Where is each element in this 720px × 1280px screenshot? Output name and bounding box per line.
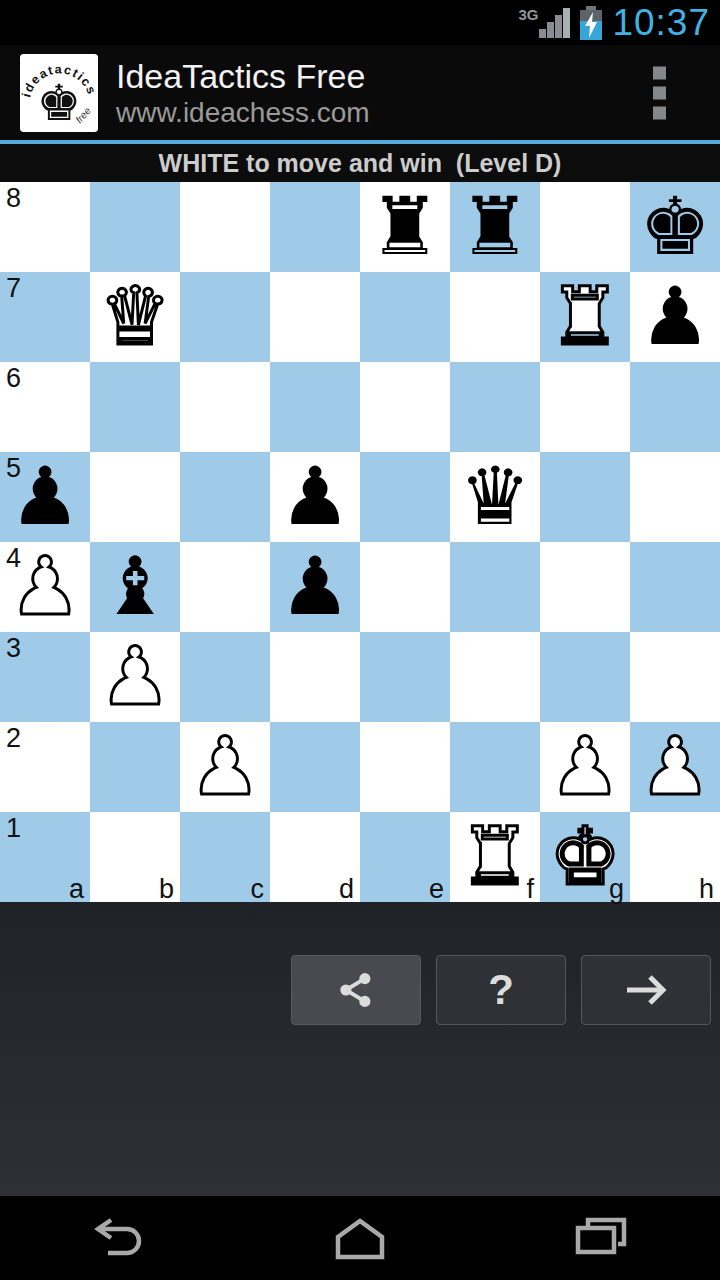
file-label-b: b xyxy=(159,874,174,905)
square-e6[interactable] xyxy=(360,362,450,452)
square-g8[interactable] xyxy=(540,182,630,272)
square-e2[interactable] xyxy=(360,722,450,812)
square-h1[interactable]: h xyxy=(630,812,720,902)
question-mark-icon: ? xyxy=(488,966,514,1014)
square-f6[interactable] xyxy=(450,362,540,452)
black-bishop[interactable]: ♝ xyxy=(99,547,171,627)
app-logo: ideatactics ♚ free xyxy=(20,54,98,132)
square-g1[interactable]: g♚ xyxy=(540,812,630,902)
rank-label-1: 1 xyxy=(6,813,21,844)
file-label-f: f xyxy=(526,874,534,905)
square-c2[interactable]: ♟ xyxy=(180,722,270,812)
square-h5[interactable] xyxy=(630,452,720,542)
task-banner-text: WHITE to move and win (Level D) xyxy=(159,149,562,178)
square-a2[interactable]: 2 xyxy=(0,722,90,812)
file-label-e: e xyxy=(429,874,444,905)
white-pawn[interactable]: ♟ xyxy=(639,727,711,807)
square-b8[interactable] xyxy=(90,182,180,272)
square-a3[interactable]: 3 xyxy=(0,632,90,722)
square-a8[interactable]: 8 xyxy=(0,182,90,272)
status-bar-clock: 10:37 xyxy=(612,2,710,44)
white-pawn[interactable]: ♟ xyxy=(189,727,261,807)
square-c6[interactable] xyxy=(180,362,270,452)
square-g4[interactable] xyxy=(540,542,630,632)
square-h2[interactable]: ♟ xyxy=(630,722,720,812)
square-g2[interactable]: ♟ xyxy=(540,722,630,812)
action-bar: ideatactics ♚ free IdeaTactics Free www.… xyxy=(0,45,720,140)
square-f2[interactable] xyxy=(450,722,540,812)
square-c3[interactable] xyxy=(180,632,270,722)
bottom-panel: ? xyxy=(0,902,720,1196)
rank-label-7: 7 xyxy=(6,273,21,304)
square-e4[interactable] xyxy=(360,542,450,632)
back-icon xyxy=(91,1215,149,1261)
rank-label-3: 3 xyxy=(6,633,21,664)
phone-screen: 3G 10:37 ideatactics ♚ free IdeaTactics … xyxy=(0,0,720,1280)
signal-bars-icon xyxy=(539,8,570,38)
square-d6[interactable] xyxy=(270,362,360,452)
arrow-right-icon xyxy=(623,972,669,1008)
white-pawn[interactable]: ♟ xyxy=(99,637,171,717)
square-g5[interactable] xyxy=(540,452,630,542)
task-banner: WHITE to move and win (Level D) xyxy=(0,144,720,182)
square-h4[interactable] xyxy=(630,542,720,632)
puzzle-toolbar: ? xyxy=(0,902,720,1025)
rank-label-2: 2 xyxy=(6,723,21,754)
square-d1[interactable]: d xyxy=(270,812,360,902)
square-f8[interactable]: ♜ xyxy=(450,182,540,272)
black-pawn[interactable]: ♟ xyxy=(279,457,351,537)
square-d8[interactable] xyxy=(270,182,360,272)
square-a5[interactable]: 5♟ xyxy=(0,452,90,542)
rank-label-5: 5 xyxy=(6,453,21,484)
white-rook[interactable]: ♜ xyxy=(459,817,531,897)
square-b1[interactable]: b xyxy=(90,812,180,902)
black-rook[interactable]: ♜ xyxy=(369,187,441,267)
white-queen[interactable]: ♛ xyxy=(99,277,171,357)
square-h7[interactable]: ♟ xyxy=(630,272,720,362)
square-d5[interactable]: ♟ xyxy=(270,452,360,542)
overflow-menu-button[interactable] xyxy=(643,56,676,129)
file-label-a: a xyxy=(69,874,84,905)
square-c8[interactable] xyxy=(180,182,270,272)
nav-home-button[interactable] xyxy=(240,1196,480,1280)
square-g7[interactable]: ♜ xyxy=(540,272,630,362)
square-e8[interactable]: ♜ xyxy=(360,182,450,272)
recents-icon xyxy=(572,1215,628,1261)
square-a6[interactable]: 6 xyxy=(0,362,90,452)
square-a1[interactable]: 1a xyxy=(0,812,90,902)
square-f3[interactable] xyxy=(450,632,540,722)
square-f1[interactable]: f♜ xyxy=(450,812,540,902)
black-pawn[interactable]: ♟ xyxy=(279,547,351,627)
square-c7[interactable] xyxy=(180,272,270,362)
app-subtitle: www.ideachess.com xyxy=(116,96,370,130)
square-f5[interactable]: ♛ xyxy=(450,452,540,542)
square-b7[interactable]: ♛ xyxy=(90,272,180,362)
square-b2[interactable] xyxy=(90,722,180,812)
square-e7[interactable] xyxy=(360,272,450,362)
black-rook[interactable]: ♜ xyxy=(459,187,531,267)
square-c1[interactable]: c xyxy=(180,812,270,902)
file-label-d: d xyxy=(339,874,354,905)
square-d2[interactable] xyxy=(270,722,360,812)
square-b3[interactable]: ♟ xyxy=(90,632,180,722)
signal-strength-icon: 3G xyxy=(518,6,570,40)
rank-label-4: 4 xyxy=(6,543,21,574)
home-icon xyxy=(330,1215,390,1261)
black-pawn[interactable]: ♟ xyxy=(639,277,711,357)
square-b4[interactable]: ♝ xyxy=(90,542,180,632)
black-queen[interactable]: ♛ xyxy=(459,457,531,537)
chessboard[interactable]: 8♜♜♚7♛♜♟65♟♟♛4♟♝♟3♟2♟♟♟1abcdef♜g♚h xyxy=(0,182,720,902)
square-c4[interactable] xyxy=(180,542,270,632)
svg-text:♚: ♚ xyxy=(37,74,82,132)
white-pawn[interactable]: ♟ xyxy=(549,727,621,807)
help-button[interactable]: ? xyxy=(436,955,566,1025)
share-icon xyxy=(337,971,375,1009)
square-d7[interactable] xyxy=(270,272,360,362)
square-h6[interactable] xyxy=(630,362,720,452)
square-g3[interactable] xyxy=(540,632,630,722)
file-label-h: h xyxy=(699,874,714,905)
square-g6[interactable] xyxy=(540,362,630,452)
battery-charging-icon xyxy=(580,6,602,40)
app-title: IdeaTactics Free xyxy=(116,56,370,96)
network-type-label: 3G xyxy=(518,6,538,23)
square-a4[interactable]: 4♟ xyxy=(0,542,90,632)
nav-recents-button[interactable] xyxy=(480,1196,720,1280)
square-c5[interactable] xyxy=(180,452,270,542)
square-b5[interactable] xyxy=(90,452,180,542)
file-label-c: c xyxy=(251,874,265,905)
android-nav-bar xyxy=(0,1196,720,1280)
share-button[interactable] xyxy=(291,955,421,1025)
status-bar: 3G 10:37 xyxy=(0,0,720,45)
square-e3[interactable] xyxy=(360,632,450,722)
square-a7[interactable]: 7 xyxy=(0,272,90,362)
black-king[interactable]: ♚ xyxy=(639,187,711,267)
nav-back-button[interactable] xyxy=(0,1196,240,1280)
square-b6[interactable] xyxy=(90,362,180,452)
white-rook[interactable]: ♜ xyxy=(549,277,621,357)
square-d3[interactable] xyxy=(270,632,360,722)
square-d4[interactable]: ♟ xyxy=(270,542,360,632)
file-label-g: g xyxy=(609,874,624,905)
square-h8[interactable]: ♚ xyxy=(630,182,720,272)
square-f4[interactable] xyxy=(450,542,540,632)
square-f7[interactable] xyxy=(450,272,540,362)
square-e1[interactable]: e xyxy=(360,812,450,902)
rank-label-6: 6 xyxy=(6,363,21,394)
square-e5[interactable] xyxy=(360,452,450,542)
square-h3[interactable] xyxy=(630,632,720,722)
rank-label-8: 8 xyxy=(6,183,21,214)
next-puzzle-button[interactable] xyxy=(581,955,711,1025)
